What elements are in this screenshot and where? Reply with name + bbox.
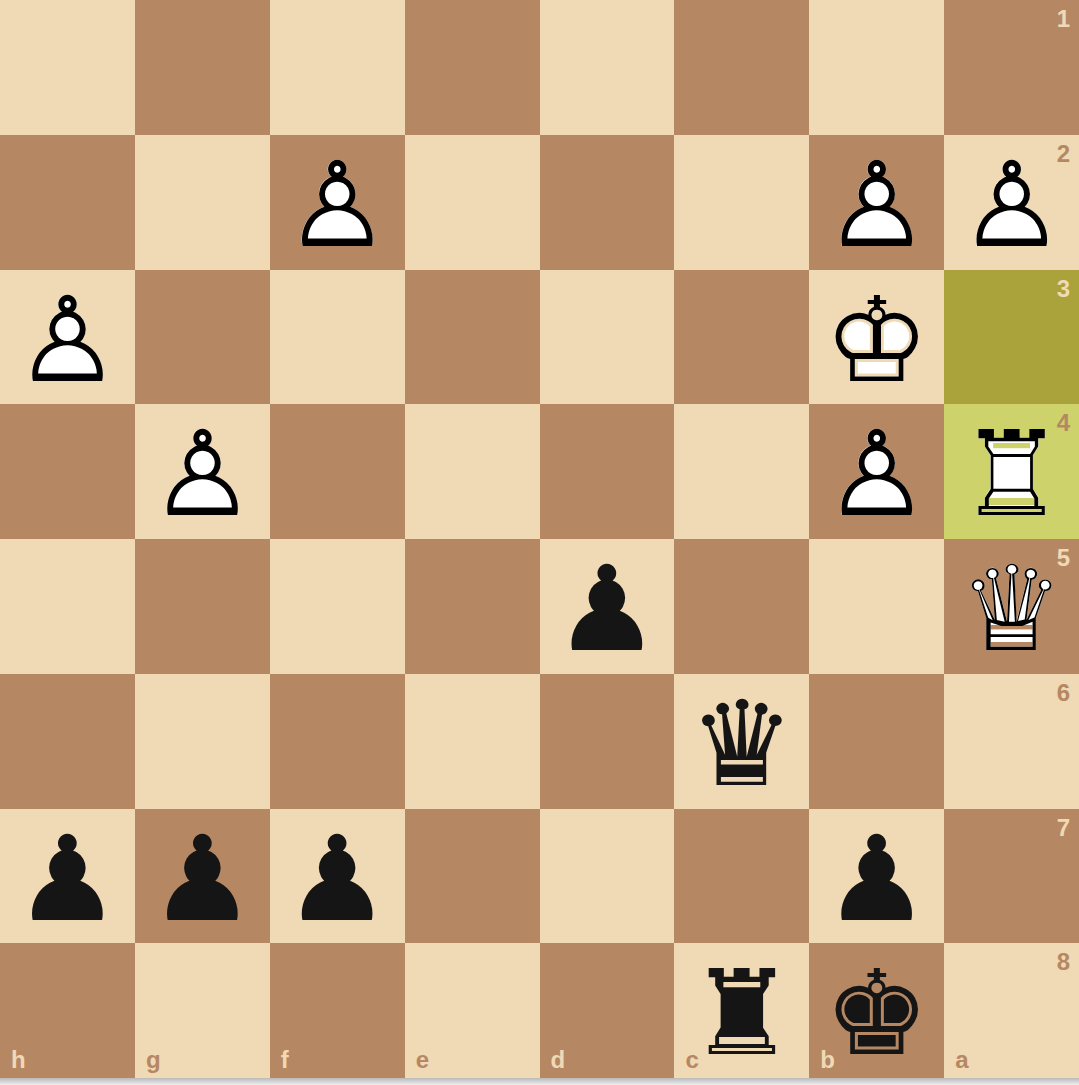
piece-wP-b2[interactable]: ♟♙ — [809, 135, 944, 270]
file-label-h: h — [11, 1048, 26, 1072]
square-g6[interactable] — [135, 674, 270, 809]
square-f4[interactable] — [270, 404, 405, 539]
page-background-strip — [0, 1078, 1079, 1085]
square-c3[interactable] — [674, 270, 809, 405]
square-e8[interactable]: e — [405, 943, 540, 1078]
piece-wP-g4[interactable]: ♟♙ — [135, 404, 270, 539]
black-piece-glyph: ♟ — [149, 820, 255, 938]
square-c6[interactable]: ♛ — [674, 674, 809, 809]
square-a2[interactable]: ♟♙2 — [944, 135, 1079, 270]
rank-label-5: 5 — [1057, 546, 1070, 570]
file-label-c: c — [685, 1048, 698, 1072]
piece-outline-glyph: ♙ — [959, 146, 1065, 264]
square-g8[interactable]: g — [135, 943, 270, 1078]
square-d3[interactable] — [540, 270, 675, 405]
square-h2[interactable] — [0, 135, 135, 270]
square-f2[interactable]: ♟♙ — [270, 135, 405, 270]
square-b6[interactable] — [809, 674, 944, 809]
black-piece-glyph: ♜ — [689, 954, 795, 1072]
black-piece-glyph: ♟ — [284, 820, 390, 938]
square-e7[interactable] — [405, 809, 540, 944]
square-e2[interactable] — [405, 135, 540, 270]
square-a4[interactable]: ♜♖4 — [944, 404, 1079, 539]
square-a1[interactable]: 1 — [944, 0, 1079, 135]
rank-label-3: 3 — [1057, 277, 1070, 301]
rank-label-7: 7 — [1057, 816, 1070, 840]
black-piece-glyph: ♚ — [824, 954, 930, 1072]
piece-wP-f2[interactable]: ♟♙ — [270, 135, 405, 270]
square-h4[interactable] — [0, 404, 135, 539]
square-c2[interactable] — [674, 135, 809, 270]
square-f7[interactable]: ♟ — [270, 809, 405, 944]
piece-outline-glyph: ♙ — [284, 146, 390, 264]
square-c5[interactable] — [674, 539, 809, 674]
rank-label-6: 6 — [1057, 681, 1070, 705]
piece-bP-h7[interactable]: ♟ — [0, 809, 135, 944]
square-e3[interactable] — [405, 270, 540, 405]
square-f6[interactable] — [270, 674, 405, 809]
square-e6[interactable] — [405, 674, 540, 809]
piece-outline-glyph: ♖ — [959, 415, 1065, 533]
square-g1[interactable] — [135, 0, 270, 135]
piece-outline-glyph: ♔ — [824, 281, 930, 399]
piece-wP-b4[interactable]: ♟♙ — [809, 404, 944, 539]
square-f5[interactable] — [270, 539, 405, 674]
square-c8[interactable]: ♜c — [674, 943, 809, 1078]
piece-wK-b3[interactable]: ♚♔ — [809, 270, 944, 405]
square-g4[interactable]: ♟♙ — [135, 404, 270, 539]
square-g3[interactable] — [135, 270, 270, 405]
file-label-g: g — [146, 1048, 161, 1072]
square-a3[interactable]: 3 — [944, 270, 1079, 405]
square-g7[interactable]: ♟ — [135, 809, 270, 944]
file-label-d: d — [551, 1048, 566, 1072]
rank-label-8: 8 — [1057, 950, 1070, 974]
square-b8[interactable]: ♚b — [809, 943, 944, 1078]
square-c4[interactable] — [674, 404, 809, 539]
piece-outline-glyph: ♙ — [824, 146, 930, 264]
piece-bQ-c6[interactable]: ♛ — [674, 674, 809, 809]
square-c7[interactable] — [674, 809, 809, 944]
square-d8[interactable]: d — [540, 943, 675, 1078]
black-piece-glyph: ♟ — [554, 550, 660, 668]
square-f8[interactable]: f — [270, 943, 405, 1078]
square-f1[interactable] — [270, 0, 405, 135]
piece-bP-g7[interactable]: ♟ — [135, 809, 270, 944]
square-h3[interactable]: ♟♙ — [0, 270, 135, 405]
file-label-b: b — [820, 1048, 835, 1072]
piece-wP-h3[interactable]: ♟♙ — [0, 270, 135, 405]
square-b7[interactable]: ♟ — [809, 809, 944, 944]
square-h1[interactable] — [0, 0, 135, 135]
square-a6[interactable]: 6 — [944, 674, 1079, 809]
square-g2[interactable] — [135, 135, 270, 270]
black-piece-glyph: ♟ — [824, 820, 930, 938]
piece-outline-glyph: ♕ — [959, 550, 1065, 668]
piece-bP-b7[interactable]: ♟ — [809, 809, 944, 944]
square-g5[interactable] — [135, 539, 270, 674]
piece-outline-glyph: ♙ — [15, 281, 121, 399]
square-e1[interactable] — [405, 0, 540, 135]
square-h6[interactable] — [0, 674, 135, 809]
rank-label-4: 4 — [1057, 411, 1070, 435]
square-f3[interactable] — [270, 270, 405, 405]
square-d7[interactable] — [540, 809, 675, 944]
square-b2[interactable]: ♟♙ — [809, 135, 944, 270]
piece-bP-d5[interactable]: ♟ — [540, 539, 675, 674]
square-a7[interactable]: 7 — [944, 809, 1079, 944]
page: 1♟♙♟♙♟♙2♟♙♚♔3♟♙♟♙♜♖4♟♛♕5♛6♟♟♟♟7hgfed♜c♚b… — [0, 0, 1079, 1085]
file-label-e: e — [416, 1048, 429, 1072]
square-d1[interactable] — [540, 0, 675, 135]
square-b3[interactable]: ♚♔ — [809, 270, 944, 405]
square-c1[interactable] — [674, 0, 809, 135]
piece-outline-glyph: ♙ — [149, 415, 255, 533]
file-label-a: a — [955, 1048, 968, 1072]
chess-board: 1♟♙♟♙♟♙2♟♙♚♔3♟♙♟♙♜♖4♟♛♕5♛6♟♟♟♟7hgfed♜c♚b… — [0, 0, 1079, 1078]
square-d6[interactable] — [540, 674, 675, 809]
square-b5[interactable] — [809, 539, 944, 674]
piece-bP-f7[interactable]: ♟ — [270, 809, 405, 944]
rank-label-2: 2 — [1057, 142, 1070, 166]
square-a5[interactable]: ♛♕5 — [944, 539, 1079, 674]
square-d4[interactable] — [540, 404, 675, 539]
black-piece-glyph: ♛ — [689, 685, 795, 803]
square-h7[interactable]: ♟ — [0, 809, 135, 944]
file-label-f: f — [281, 1048, 289, 1072]
black-piece-glyph: ♟ — [15, 820, 121, 938]
square-a8[interactable]: 8a — [944, 943, 1079, 1078]
square-b1[interactable] — [809, 0, 944, 135]
square-d5[interactable]: ♟ — [540, 539, 675, 674]
square-h5[interactable] — [0, 539, 135, 674]
square-e5[interactable] — [405, 539, 540, 674]
piece-outline-glyph: ♙ — [824, 415, 930, 533]
rank-label-1: 1 — [1057, 7, 1070, 31]
square-h8[interactable]: h — [0, 943, 135, 1078]
square-d2[interactable] — [540, 135, 675, 270]
square-b4[interactable]: ♟♙ — [809, 404, 944, 539]
square-e4[interactable] — [405, 404, 540, 539]
